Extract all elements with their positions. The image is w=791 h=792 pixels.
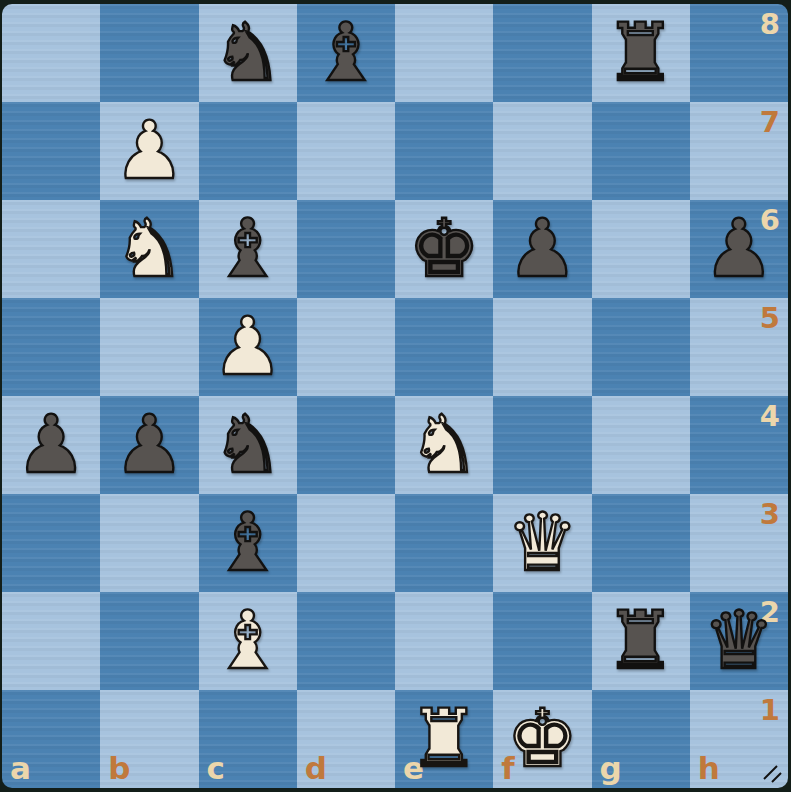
square-h3[interactable]: 3 [690,494,788,592]
file-label-d: d [305,750,327,786]
white-pawn-b7[interactable]: ♟ [100,102,198,200]
square-b8[interactable] [100,4,198,102]
square-h4[interactable]: 4 [690,396,788,494]
square-b2[interactable] [100,592,198,690]
square-d3[interactable] [297,494,395,592]
black-queen-h2[interactable]: ♛ [690,592,788,690]
square-a4[interactable]: ♟ [2,396,100,494]
square-f5[interactable] [493,298,591,396]
square-d5[interactable] [297,298,395,396]
file-label-a: a [10,750,31,786]
square-g3[interactable] [592,494,690,592]
square-c3[interactable]: ♝ [199,494,297,592]
square-d7[interactable] [297,102,395,200]
square-c5[interactable]: ♟ [199,298,297,396]
square-h5[interactable]: 5 [690,298,788,396]
square-a8[interactable] [2,4,100,102]
white-bishop-c2[interactable]: ♝ [199,592,297,690]
black-knight-c4[interactable]: ♞ [199,396,297,494]
square-g6[interactable] [592,200,690,298]
white-rook-e1[interactable]: ♜ [395,690,493,788]
black-rook-g8[interactable]: ♜ [592,4,690,102]
square-f6[interactable]: ♟ [493,200,591,298]
rank-label-8: 8 [760,7,780,41]
square-b5[interactable] [100,298,198,396]
file-label-c: c [207,750,225,786]
square-a5[interactable] [2,298,100,396]
square-d8[interactable]: ♝ [297,4,395,102]
black-bishop-d8[interactable]: ♝ [297,4,395,102]
rank-label-7: 7 [760,105,780,139]
white-pawn-c5[interactable]: ♟ [199,298,297,396]
black-king-e6[interactable]: ♚ [395,200,493,298]
square-e3[interactable] [395,494,493,592]
rank-label-3: 3 [760,497,780,531]
square-h7[interactable]: 7 [690,102,788,200]
square-b3[interactable] [100,494,198,592]
black-pawn-a4[interactable]: ♟ [2,396,100,494]
file-label-b: b [108,750,130,786]
white-king-f1[interactable]: ♚ [493,690,591,788]
square-g1[interactable]: g [592,690,690,788]
square-g5[interactable] [592,298,690,396]
white-queen-f3[interactable]: ♛ [493,494,591,592]
black-knight-c8[interactable]: ♞ [199,4,297,102]
square-c1[interactable]: c [199,690,297,788]
square-a2[interactable] [2,592,100,690]
file-label-h: h [698,750,720,786]
square-g8[interactable]: ♜ [592,4,690,102]
square-c8[interactable]: ♞ [199,4,297,102]
square-c7[interactable] [199,102,297,200]
square-d4[interactable] [297,396,395,494]
white-knight-e4[interactable]: ♞ [395,396,493,494]
square-f3[interactable]: ♛ [493,494,591,592]
square-b6[interactable]: ♞ [100,200,198,298]
black-pawn-f6[interactable]: ♟ [493,200,591,298]
rank-label-4: 4 [760,399,780,433]
square-g4[interactable] [592,396,690,494]
square-h1[interactable]: 1h [690,690,788,788]
square-f4[interactable] [493,396,591,494]
square-h8[interactable]: 8 [690,4,788,102]
rank-label-5: 5 [760,301,780,335]
square-a3[interactable] [2,494,100,592]
square-g7[interactable] [592,102,690,200]
square-h6[interactable]: 6♟ [690,200,788,298]
black-bishop-c3[interactable]: ♝ [199,494,297,592]
square-a1[interactable]: a [2,690,100,788]
white-knight-b6[interactable]: ♞ [100,200,198,298]
board-resize-handle-icon[interactable] [761,762,783,784]
square-c2[interactable]: ♝ [199,592,297,690]
square-a7[interactable] [2,102,100,200]
black-pawn-b4[interactable]: ♟ [100,396,198,494]
square-e6[interactable]: ♚ [395,200,493,298]
square-f7[interactable] [493,102,591,200]
square-e8[interactable] [395,4,493,102]
square-e2[interactable] [395,592,493,690]
square-d6[interactable] [297,200,395,298]
square-b1[interactable]: b [100,690,198,788]
square-c4[interactable]: ♞ [199,396,297,494]
square-e7[interactable] [395,102,493,200]
black-bishop-c6[interactable]: ♝ [199,200,297,298]
square-a6[interactable] [2,200,100,298]
file-label-g: g [600,750,622,786]
square-e1[interactable]: e♜ [395,690,493,788]
square-f8[interactable] [493,4,591,102]
square-b4[interactable]: ♟ [100,396,198,494]
black-rook-g2[interactable]: ♜ [592,592,690,690]
square-c6[interactable]: ♝ [199,200,297,298]
square-h2[interactable]: 2♛ [690,592,788,690]
square-e4[interactable]: ♞ [395,396,493,494]
rank-label-1: 1 [760,693,780,727]
square-g2[interactable]: ♜ [592,592,690,690]
square-b7[interactable]: ♟ [100,102,198,200]
black-pawn-h6[interactable]: ♟ [690,200,788,298]
square-e5[interactable] [395,298,493,396]
chess-board: ♞♝♜8♟7♞♝♚♟6♟♟5♟♟♞♞4♝♛3♝♜2♛abcde♜f♚g1h [2,4,788,788]
square-f2[interactable] [493,592,591,690]
square-d1[interactable]: d [297,690,395,788]
square-d2[interactable] [297,592,395,690]
square-f1[interactable]: f♚ [493,690,591,788]
